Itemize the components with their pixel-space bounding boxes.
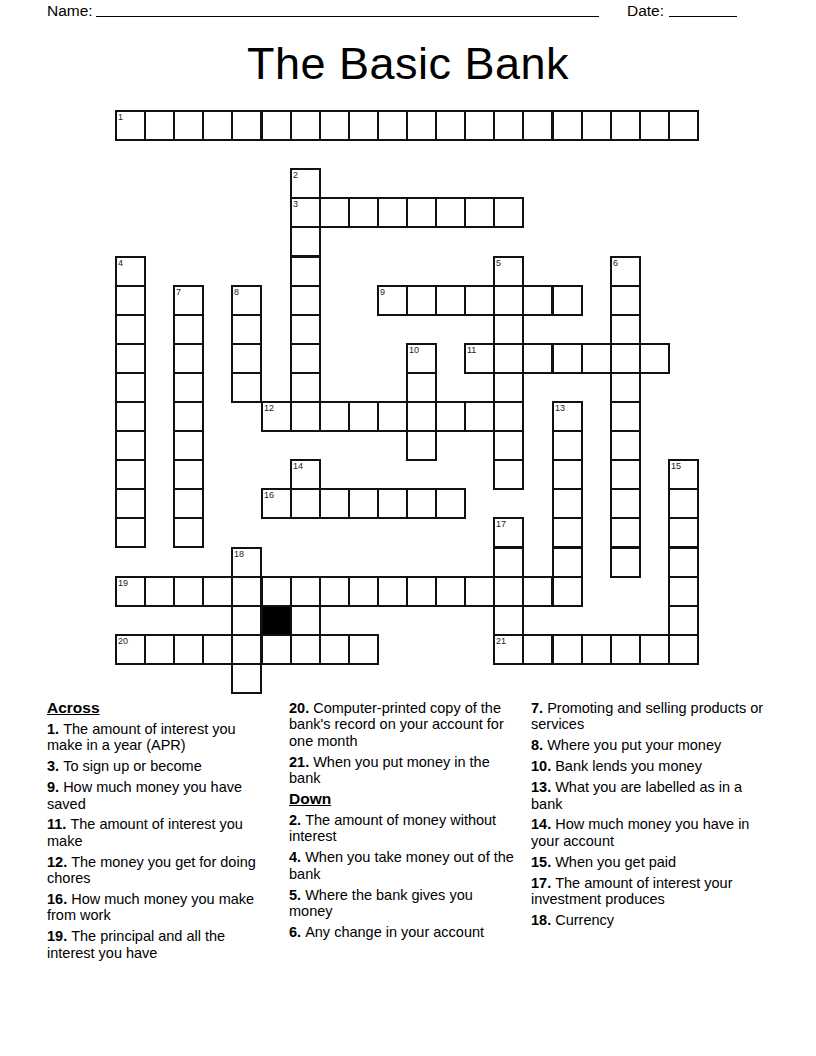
grid-cell[interactable]	[115, 401, 146, 432]
grid-cell[interactable]	[610, 343, 641, 374]
clue-item: 16. How much money you make from work	[47, 891, 265, 924]
grid-cell[interactable]	[319, 197, 350, 228]
grid-cell[interactable]	[319, 488, 350, 519]
grid-cell[interactable]	[406, 110, 437, 141]
grid-cell[interactable]	[202, 634, 233, 665]
grid-cell[interactable]	[173, 517, 204, 548]
grid-cell[interactable]	[668, 634, 699, 665]
grid-cell[interactable]	[493, 576, 524, 607]
clue-item: 11. The amount of interest you make	[47, 816, 265, 849]
grid-cell[interactable]	[290, 110, 321, 141]
grid-cell[interactable]	[115, 459, 146, 490]
grid-cell[interactable]: 11	[464, 343, 495, 374]
clue-number: 8.	[531, 737, 547, 753]
grid-cell[interactable]	[493, 547, 524, 578]
clue-item: 18. Currency	[531, 912, 767, 928]
grid-cell[interactable]	[290, 401, 321, 432]
grid-cell[interactable]	[115, 314, 146, 345]
grid-cell[interactable]	[464, 197, 495, 228]
grid-cell[interactable]	[493, 197, 524, 228]
grid-cell[interactable]	[639, 110, 670, 141]
grid-cell[interactable]	[464, 576, 495, 607]
grid-cell[interactable]	[435, 197, 466, 228]
grid-cell[interactable]: 21	[493, 634, 524, 665]
grid-cell[interactable]	[493, 285, 524, 316]
clue-column-1: Across1. The amount of interest you make…	[47, 700, 265, 966]
grid-cell[interactable]	[115, 430, 146, 461]
grid-cell[interactable]	[290, 343, 321, 374]
cell-number: 10	[409, 345, 419, 355]
grid-cell[interactable]	[610, 459, 641, 490]
grid-cell[interactable]: 20	[115, 634, 146, 665]
clue-item: 6. Any change in your account	[289, 924, 515, 940]
grid-cell[interactable]	[173, 488, 204, 519]
grid-cell[interactable]	[493, 372, 524, 403]
grid-cell[interactable]	[377, 401, 408, 432]
grid-cell[interactable]	[173, 459, 204, 490]
clue-item: 1. The amount of interest you make in a …	[47, 721, 265, 754]
grid-cell[interactable]	[552, 547, 583, 578]
cell-number: 12	[264, 403, 274, 413]
cell-number: 4	[118, 258, 123, 268]
clue-item: 21. When you put money in the bank	[289, 754, 515, 787]
grid-cell[interactable]	[202, 110, 233, 141]
grid-cell[interactable]	[435, 285, 466, 316]
grid-cell[interactable]	[464, 285, 495, 316]
grid-cell[interactable]	[173, 343, 204, 374]
cell-number: 19	[118, 578, 128, 588]
clue-number: 2.	[289, 812, 305, 828]
grid-cell[interactable]	[348, 634, 379, 665]
grid-cell[interactable]	[493, 401, 524, 432]
clue-number: 20.	[289, 700, 313, 716]
grid-cell[interactable]: 9	[377, 285, 408, 316]
grid-cell[interactable]	[377, 488, 408, 519]
grid-cell[interactable]	[319, 401, 350, 432]
across-header: Across	[47, 700, 265, 716]
clue-item: 9. How much money you have saved	[47, 779, 265, 812]
grid-cell[interactable]	[144, 634, 175, 665]
grid-cell[interactable]: 10	[406, 343, 437, 374]
grid-cell[interactable]	[231, 634, 262, 665]
grid-cell[interactable]	[639, 634, 670, 665]
clue-item: 4. When you take money out of the bank	[289, 849, 515, 882]
clue-number: 15.	[531, 854, 555, 870]
clue-number: 18.	[531, 912, 555, 928]
grid-cell[interactable]	[581, 110, 612, 141]
cell-number: 5	[496, 258, 501, 268]
clue-number: 14.	[531, 816, 555, 832]
cell-number: 18	[234, 549, 244, 559]
grid-cell[interactable]	[290, 634, 321, 665]
cell-number: 7	[176, 287, 181, 297]
grid-cell[interactable]	[173, 430, 204, 461]
grid-cell[interactable]	[406, 576, 437, 607]
grid-cell[interactable]	[493, 459, 524, 490]
grid-cell[interactable]	[290, 488, 321, 519]
grid-cell[interactable]	[115, 488, 146, 519]
grid-cell[interactable]	[173, 634, 204, 665]
clue-item: 15. When you get paid	[531, 854, 767, 870]
cell-number: 15	[671, 461, 681, 471]
grid-cell[interactable]	[377, 110, 408, 141]
grid-cell[interactable]	[435, 488, 466, 519]
grid-cell[interactable]	[668, 517, 699, 548]
cell-number: 1	[118, 112, 123, 122]
cell-number: 14	[293, 461, 303, 471]
grid-cell[interactable]	[115, 372, 146, 403]
grid-cell[interactable]	[290, 605, 321, 636]
grid-cell[interactable]	[552, 576, 583, 607]
grid-cell[interactable]	[115, 517, 146, 548]
grid-cell[interactable]: 6	[610, 256, 641, 287]
grid-cell[interactable]	[552, 634, 583, 665]
clue-item: 5. Where the bank gives you money	[289, 887, 515, 920]
clue-number: 13.	[531, 779, 555, 795]
grid-cell[interactable]	[406, 372, 437, 403]
grid-cell[interactable]	[552, 285, 583, 316]
grid-cell[interactable]	[406, 197, 437, 228]
cell-number: 21	[496, 636, 506, 646]
grid-cell[interactable]	[231, 372, 262, 403]
grid-cell[interactable]	[552, 430, 583, 461]
grid-cell[interactable]	[610, 372, 641, 403]
grid-cell[interactable]	[144, 576, 175, 607]
grid-cell[interactable]	[552, 459, 583, 490]
grid-cell[interactable]	[552, 110, 583, 141]
crossword-grid: 123456789101112131415161718192021	[115, 110, 700, 695]
clue-item: 13. What you are labelled as in a bank	[531, 779, 767, 812]
grid-cell[interactable]	[493, 343, 524, 374]
clue-column-3: 7. Promoting and selling products or ser…	[531, 700, 767, 933]
grid-cell[interactable]	[290, 256, 321, 287]
grid-cell[interactable]	[610, 430, 641, 461]
grid-cell[interactable]	[610, 285, 641, 316]
grid-cell[interactable]	[610, 634, 641, 665]
grid-cell[interactable]	[406, 430, 437, 461]
grid-cell[interactable]	[319, 110, 350, 141]
grid-cell[interactable]	[610, 547, 641, 578]
grid-cell[interactable]	[552, 343, 583, 374]
clue-item: 8. Where you put your money	[531, 737, 767, 753]
cell-number: 9	[380, 287, 385, 297]
grid-cell[interactable]	[406, 285, 437, 316]
black-cell	[261, 605, 292, 636]
cell-number: 2	[293, 170, 298, 180]
clue-item: 14. How much money you have in your acco…	[531, 816, 767, 849]
grid-cell[interactable]	[377, 576, 408, 607]
cell-number: 3	[293, 199, 298, 209]
grid-cell[interactable]	[231, 314, 262, 345]
cell-number: 17	[496, 519, 506, 529]
cell-number: 6	[613, 258, 618, 268]
down-header: Down	[289, 791, 515, 807]
clue-item: 3. To sign up or become	[47, 758, 265, 774]
grid-cell[interactable]	[668, 488, 699, 519]
grid-cell[interactable]	[464, 401, 495, 432]
clue-number: 9.	[47, 779, 63, 795]
grid-cell[interactable]	[668, 605, 699, 636]
grid-cell[interactable]	[348, 576, 379, 607]
grid-cell[interactable]	[377, 197, 408, 228]
clue-item: 7. Promoting and selling products or ser…	[531, 700, 767, 733]
grid-cell[interactable]	[173, 314, 204, 345]
grid-cell[interactable]: 3	[290, 197, 321, 228]
grid-cell[interactable]	[668, 576, 699, 607]
grid-cell[interactable]	[435, 110, 466, 141]
grid-cell[interactable]	[115, 285, 146, 316]
grid-cell[interactable]	[173, 372, 204, 403]
clue-item: 12. The money you get for doing chores	[47, 854, 265, 887]
grid-cell[interactable]: 4	[115, 256, 146, 287]
clue-number: 12.	[47, 854, 71, 870]
name-label: Name:	[47, 2, 93, 20]
grid-cell[interactable]	[493, 430, 524, 461]
grid-cell[interactable]	[348, 197, 379, 228]
grid-cell[interactable]	[493, 314, 524, 345]
grid-cell[interactable]: 14	[290, 459, 321, 490]
grid-cell[interactable]: 16	[261, 488, 292, 519]
clue-column-2: 20. Computer-printed copy of the bank's …	[289, 700, 515, 945]
clue-item: 10. Bank lends you money	[531, 758, 767, 774]
clue-number: 3.	[47, 758, 63, 774]
grid-cell[interactable]: 7	[173, 285, 204, 316]
grid-cell[interactable]	[522, 634, 553, 665]
grid-cell[interactable]	[610, 110, 641, 141]
clue-number: 10.	[531, 758, 555, 774]
puzzle-title: The Basic Bank	[0, 38, 816, 90]
grid-cell[interactable]	[552, 488, 583, 519]
grid-cell[interactable]	[493, 110, 524, 141]
grid-cell[interactable]	[173, 401, 204, 432]
grid-cell[interactable]	[261, 110, 292, 141]
clue-number: 7.	[531, 700, 547, 716]
clue-number: 17.	[531, 875, 555, 891]
grid-cell[interactable]: 12	[261, 401, 292, 432]
grid-cell[interactable]	[552, 517, 583, 548]
clue-item: 17. The amount of interest your investme…	[531, 875, 767, 908]
grid-cell[interactable]	[348, 488, 379, 519]
cell-number: 13	[555, 403, 565, 413]
grid-cell[interactable]	[639, 343, 670, 374]
date-label: Date:	[627, 2, 664, 20]
grid-cell[interactable]	[668, 547, 699, 578]
grid-cell[interactable]	[348, 401, 379, 432]
grid-cell[interactable]	[173, 110, 204, 141]
grid-cell[interactable]	[522, 110, 553, 141]
clue-item: 2. The amount of money without interest	[289, 812, 515, 845]
grid-cell[interactable]	[522, 576, 553, 607]
grid-cell[interactable]	[231, 576, 262, 607]
grid-cell[interactable]: 19	[115, 576, 146, 607]
grid-cell[interactable]	[290, 576, 321, 607]
grid-cell[interactable]	[115, 343, 146, 374]
grid-cell[interactable]	[290, 314, 321, 345]
clue-number: 21.	[289, 754, 313, 770]
grid-cell[interactable]	[668, 110, 699, 141]
grid-cell[interactable]	[581, 634, 612, 665]
grid-cell[interactable]	[261, 634, 292, 665]
date-field[interactable]	[669, 1, 737, 17]
cell-number: 16	[264, 490, 274, 500]
grid-cell[interactable]	[610, 314, 641, 345]
grid-cell[interactable]: 18	[231, 547, 262, 578]
clue-number: 16.	[47, 891, 71, 907]
grid-cell[interactable]	[173, 576, 204, 607]
clue-item: 19. The principal and all the interest y…	[47, 928, 265, 961]
grid-cell[interactable]	[435, 576, 466, 607]
grid-cell[interactable]	[610, 517, 641, 548]
grid-cell[interactable]	[581, 343, 612, 374]
grid-cell[interactable]	[406, 488, 437, 519]
grid-cell[interactable]: 13	[552, 401, 583, 432]
grid-cell[interactable]: 2	[290, 168, 321, 199]
clue-number: 1.	[47, 721, 63, 737]
grid-cell[interactable]	[202, 576, 233, 607]
clue-number: 5.	[289, 887, 305, 903]
cell-number: 8	[234, 287, 239, 297]
grid-cell[interactable]: 5	[493, 256, 524, 287]
grid-cell[interactable]	[231, 663, 262, 694]
clue-number: 4.	[289, 849, 305, 865]
grid-cell[interactable]	[319, 634, 350, 665]
grid-cell[interactable]	[231, 343, 262, 374]
grid-cell[interactable]	[231, 110, 262, 141]
clue-item: 20. Computer-printed copy of the bank's …	[289, 700, 515, 749]
grid-cell[interactable]	[319, 576, 350, 607]
grid-cell[interactable]: 15	[668, 459, 699, 490]
grid-cell[interactable]	[610, 488, 641, 519]
grid-cell[interactable]: 8	[231, 285, 262, 316]
cell-number: 11	[467, 345, 476, 355]
grid-cell[interactable]	[522, 343, 553, 374]
grid-cell[interactable]: 17	[493, 517, 524, 548]
grid-cell[interactable]	[144, 110, 175, 141]
cell-number: 20	[118, 636, 128, 646]
grid-cell[interactable]	[522, 285, 553, 316]
grid-cell[interactable]	[290, 372, 321, 403]
grid-cell[interactable]	[493, 605, 524, 636]
grid-cell[interactable]: 1	[115, 110, 146, 141]
grid-cell[interactable]	[464, 110, 495, 141]
grid-cell[interactable]	[231, 605, 262, 636]
name-field[interactable]	[96, 1, 599, 17]
grid-cell[interactable]	[348, 110, 379, 141]
clue-number: 11.	[47, 816, 70, 832]
grid-cell[interactable]	[261, 576, 292, 607]
grid-cell[interactable]	[610, 401, 641, 432]
grid-cell[interactable]	[290, 226, 321, 257]
grid-cell[interactable]	[290, 285, 321, 316]
grid-cell[interactable]	[435, 401, 466, 432]
clue-number: 19.	[47, 928, 71, 944]
grid-cell[interactable]	[406, 401, 437, 432]
clue-number: 6.	[289, 924, 305, 940]
